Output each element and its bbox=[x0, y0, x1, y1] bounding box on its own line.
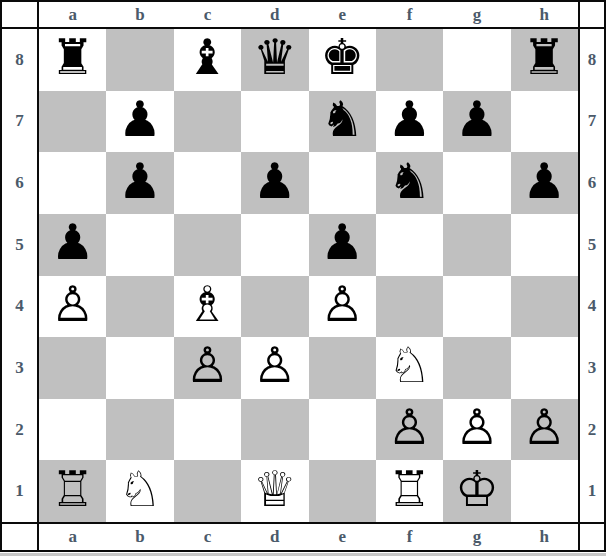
black-knight: ♞ bbox=[388, 157, 432, 206]
white-queen: ♕ bbox=[253, 465, 297, 514]
rank-label-1-right: 1 bbox=[578, 460, 604, 522]
file-label-c-bottom: c bbox=[174, 522, 241, 550]
rank-label-3-left: 3 bbox=[2, 337, 39, 399]
square-c6[interactable] bbox=[174, 152, 241, 214]
black-pawn: ♟ bbox=[320, 218, 364, 267]
square-a6[interactable] bbox=[39, 152, 106, 214]
file-label-b-top: b bbox=[106, 2, 173, 29]
corner-cell bbox=[578, 2, 604, 29]
file-label-f-bottom: f bbox=[376, 522, 443, 550]
white-pawn: ♙ bbox=[185, 341, 229, 390]
black-pawn: ♟ bbox=[455, 95, 499, 144]
file-label-f-top: f bbox=[376, 2, 443, 29]
rank-label-4-left: 4 bbox=[2, 276, 39, 338]
square-h3[interactable] bbox=[511, 337, 578, 399]
square-h7[interactable] bbox=[511, 91, 578, 153]
file-label-d-bottom: d bbox=[241, 522, 308, 550]
square-g6[interactable] bbox=[443, 152, 510, 214]
square-h1[interactable] bbox=[511, 460, 578, 522]
square-d6[interactable]: ♟ bbox=[241, 152, 308, 214]
square-h5[interactable] bbox=[511, 214, 578, 276]
black-pawn: ♟ bbox=[118, 157, 162, 206]
black-queen: ♛ bbox=[253, 33, 297, 82]
square-g1[interactable]: ♔ bbox=[443, 460, 510, 522]
white-pawn: ♙ bbox=[51, 280, 95, 329]
rank-label-7-left: 7 bbox=[2, 91, 39, 153]
chess-diagram-frame: abcdefgh8♜♝♛♚♜87♟♞♟♟76♟♟♞♟65♟♟54♙♗♙43♙♙♘… bbox=[0, 0, 606, 552]
square-b7[interactable]: ♟ bbox=[106, 91, 173, 153]
square-b8[interactable] bbox=[106, 29, 173, 91]
square-b3[interactable] bbox=[106, 337, 173, 399]
square-a1[interactable]: ♖ bbox=[39, 460, 106, 522]
rank-label-5-right: 5 bbox=[578, 214, 604, 276]
square-a2[interactable] bbox=[39, 399, 106, 461]
square-g8[interactable] bbox=[443, 29, 510, 91]
file-label-h-top: h bbox=[511, 2, 578, 29]
white-pawn: ♙ bbox=[522, 403, 566, 452]
square-c5[interactable] bbox=[174, 214, 241, 276]
square-d7[interactable] bbox=[241, 91, 308, 153]
black-pawn: ♟ bbox=[51, 218, 95, 267]
white-rook: ♖ bbox=[51, 465, 95, 514]
square-g4[interactable] bbox=[443, 276, 510, 338]
square-e7[interactable]: ♞ bbox=[309, 91, 376, 153]
white-king: ♔ bbox=[455, 465, 499, 514]
corner-cell bbox=[578, 522, 604, 550]
square-f3[interactable]: ♘ bbox=[376, 337, 443, 399]
black-pawn: ♟ bbox=[118, 95, 162, 144]
square-a3[interactable] bbox=[39, 337, 106, 399]
square-b6[interactable]: ♟ bbox=[106, 152, 173, 214]
square-f7[interactable]: ♟ bbox=[376, 91, 443, 153]
rank-label-6-left: 6 bbox=[2, 152, 39, 214]
square-d5[interactable] bbox=[241, 214, 308, 276]
black-king: ♚ bbox=[320, 33, 364, 82]
square-e1[interactable] bbox=[309, 460, 376, 522]
square-d1[interactable]: ♕ bbox=[241, 460, 308, 522]
square-g7[interactable]: ♟ bbox=[443, 91, 510, 153]
square-e5[interactable]: ♟ bbox=[309, 214, 376, 276]
square-c2[interactable] bbox=[174, 399, 241, 461]
black-pawn: ♟ bbox=[522, 157, 566, 206]
rank-label-5-left: 5 bbox=[2, 214, 39, 276]
rank-label-6-right: 6 bbox=[578, 152, 604, 214]
square-d3[interactable]: ♙ bbox=[241, 337, 308, 399]
rank-label-7-right: 7 bbox=[578, 91, 604, 153]
black-pawn: ♟ bbox=[253, 157, 297, 206]
square-a7[interactable] bbox=[39, 91, 106, 153]
rank-label-4-right: 4 bbox=[578, 276, 604, 338]
corner-cell bbox=[2, 522, 39, 550]
bottom-rule bbox=[0, 553, 606, 556]
file-label-b-bottom: b bbox=[106, 522, 173, 550]
file-label-g-top: g bbox=[443, 2, 510, 29]
file-label-a-bottom: a bbox=[39, 522, 106, 550]
rank-label-2-left: 2 bbox=[2, 399, 39, 461]
file-label-a-top: a bbox=[39, 2, 106, 29]
file-label-c-top: c bbox=[174, 2, 241, 29]
file-label-h-bottom: h bbox=[511, 522, 578, 550]
white-knight: ♘ bbox=[118, 465, 162, 514]
square-h6[interactable]: ♟ bbox=[511, 152, 578, 214]
square-c1[interactable] bbox=[174, 460, 241, 522]
square-d8[interactable]: ♛ bbox=[241, 29, 308, 91]
black-rook: ♜ bbox=[522, 33, 566, 82]
square-c7[interactable] bbox=[174, 91, 241, 153]
black-bishop: ♝ bbox=[185, 33, 229, 82]
square-h8[interactable]: ♜ bbox=[511, 29, 578, 91]
square-f5[interactable] bbox=[376, 214, 443, 276]
square-e8[interactable]: ♚ bbox=[309, 29, 376, 91]
square-b4[interactable] bbox=[106, 276, 173, 338]
white-knight: ♘ bbox=[388, 341, 432, 390]
square-e3[interactable] bbox=[309, 337, 376, 399]
white-bishop: ♗ bbox=[185, 280, 229, 329]
white-pawn: ♙ bbox=[388, 403, 432, 452]
square-d4[interactable] bbox=[241, 276, 308, 338]
rank-label-1-left: 1 bbox=[2, 460, 39, 522]
square-a5[interactable]: ♟ bbox=[39, 214, 106, 276]
square-e6[interactable] bbox=[309, 152, 376, 214]
square-g5[interactable] bbox=[443, 214, 510, 276]
black-rook: ♜ bbox=[51, 33, 95, 82]
square-d2[interactable] bbox=[241, 399, 308, 461]
rank-label-8-left: 8 bbox=[2, 29, 39, 91]
square-b2[interactable] bbox=[106, 399, 173, 461]
white-pawn: ♙ bbox=[455, 403, 499, 452]
white-rook: ♖ bbox=[388, 465, 432, 514]
rank-label-3-right: 3 bbox=[578, 337, 604, 399]
square-a4[interactable]: ♙ bbox=[39, 276, 106, 338]
square-e4[interactable]: ♙ bbox=[309, 276, 376, 338]
chess-board: abcdefgh8♜♝♛♚♜87♟♞♟♟76♟♟♞♟65♟♟54♙♗♙43♙♙♘… bbox=[2, 2, 604, 550]
square-g2[interactable]: ♙ bbox=[443, 399, 510, 461]
file-label-e-bottom: e bbox=[309, 522, 376, 550]
square-e2[interactable] bbox=[309, 399, 376, 461]
square-f8[interactable] bbox=[376, 29, 443, 91]
square-h4[interactable] bbox=[511, 276, 578, 338]
white-pawn: ♙ bbox=[320, 280, 364, 329]
rank-label-8-right: 8 bbox=[578, 29, 604, 91]
corner-cell bbox=[2, 2, 39, 29]
square-c4[interactable]: ♗ bbox=[174, 276, 241, 338]
square-c3[interactable]: ♙ bbox=[174, 337, 241, 399]
square-b5[interactable] bbox=[106, 214, 173, 276]
square-c8[interactable]: ♝ bbox=[174, 29, 241, 91]
square-b1[interactable]: ♘ bbox=[106, 460, 173, 522]
square-f1[interactable]: ♖ bbox=[376, 460, 443, 522]
square-h2[interactable]: ♙ bbox=[511, 399, 578, 461]
square-a8[interactable]: ♜ bbox=[39, 29, 106, 91]
square-f2[interactable]: ♙ bbox=[376, 399, 443, 461]
black-knight: ♞ bbox=[320, 95, 364, 144]
square-f6[interactable]: ♞ bbox=[376, 152, 443, 214]
white-pawn: ♙ bbox=[253, 341, 297, 390]
black-pawn: ♟ bbox=[388, 95, 432, 144]
file-label-g-bottom: g bbox=[443, 522, 510, 550]
file-label-e-top: e bbox=[309, 2, 376, 29]
rank-label-2-right: 2 bbox=[578, 399, 604, 461]
square-g3[interactable] bbox=[443, 337, 510, 399]
square-f4[interactable] bbox=[376, 276, 443, 338]
file-label-d-top: d bbox=[241, 2, 308, 29]
